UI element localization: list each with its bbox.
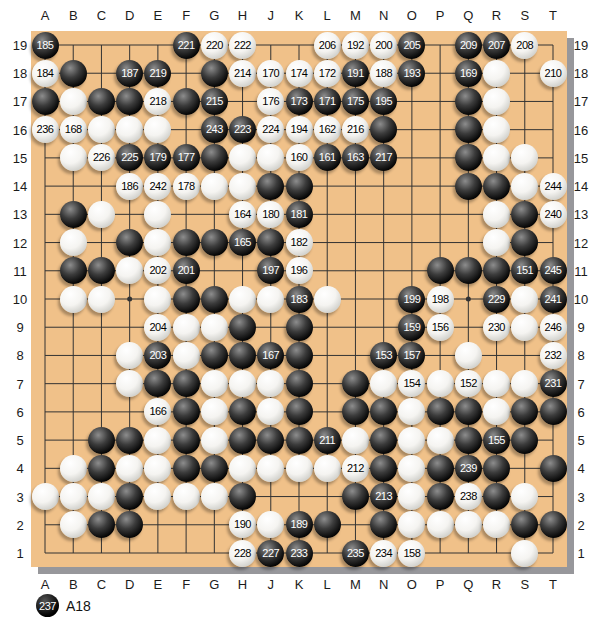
stone-Q14: [455, 173, 482, 200]
stone-K9: [286, 314, 313, 341]
stone-B4: [60, 455, 87, 482]
stone-K7: [286, 370, 313, 397]
col-label-top-P: P: [436, 8, 445, 23]
stone-D5: [116, 427, 143, 454]
stone-H4: [229, 455, 256, 482]
stone-E13: [144, 201, 171, 228]
stone-C16: [88, 116, 115, 143]
stone-R10: 229: [483, 286, 510, 313]
caption-coordinate: A18: [66, 598, 91, 614]
stone-O1: 158: [398, 540, 425, 567]
stone-S1: [511, 540, 538, 567]
stone-S9: [511, 314, 538, 341]
stone-Q16: [455, 116, 482, 143]
stone-B16: 168: [60, 116, 87, 143]
row-label-right-5: 5: [577, 433, 584, 448]
stone-J18: 170: [257, 60, 284, 87]
col-label-top-O: O: [407, 8, 417, 23]
row-label-left-15: 15: [13, 150, 27, 165]
stone-S13: [511, 201, 538, 228]
row-label-right-4: 4: [577, 461, 584, 476]
stone-O10: 199: [398, 286, 425, 313]
stone-F4: [173, 455, 200, 482]
stone-G8: [201, 342, 228, 369]
stone-H1: 228: [229, 540, 256, 567]
stone-K12: 182: [286, 229, 313, 256]
stone-L19: 206: [314, 32, 341, 59]
stone-F8: [173, 342, 200, 369]
col-label-top-T: T: [549, 8, 557, 23]
stone-G9: [201, 314, 228, 341]
col-label-bottom-N: N: [379, 577, 388, 592]
row-label-left-11: 11: [13, 263, 27, 278]
stone-R17: [483, 88, 510, 115]
stone-D17: [116, 88, 143, 115]
stone-H16: 223: [229, 116, 256, 143]
stone-Q7: 152: [455, 370, 482, 397]
stone-T10: 241: [540, 286, 567, 313]
stone-B11: [60, 257, 87, 284]
stone-Q2: [455, 511, 482, 538]
row-label-right-19: 19: [574, 38, 588, 53]
stone-A19: 185: [32, 32, 59, 59]
stone-G19: 220: [201, 32, 228, 59]
stone-G3: [201, 483, 228, 510]
stone-H3: [229, 483, 256, 510]
stone-L18: 172: [314, 60, 341, 87]
stone-R18: [483, 60, 510, 87]
col-label-bottom-K: K: [295, 577, 304, 592]
stone-H8: [229, 342, 256, 369]
col-label-bottom-E: E: [154, 577, 163, 592]
stone-G7: [201, 370, 228, 397]
stone-G18: [201, 60, 228, 87]
stone-Q6: [455, 398, 482, 425]
row-label-left-13: 13: [13, 207, 27, 222]
stone-T13: 240: [540, 201, 567, 228]
caption-move-number: 237: [39, 600, 56, 612]
row-label-left-19: 19: [13, 38, 27, 53]
stone-G16: 243: [201, 116, 228, 143]
stone-F6: [173, 398, 200, 425]
stone-H13: 164: [229, 201, 256, 228]
col-label-bottom-A: A: [41, 577, 50, 592]
col-label-top-D: D: [125, 8, 134, 23]
stone-J17: 176: [257, 88, 284, 115]
stone-P10: 198: [427, 286, 454, 313]
row-label-left-6: 6: [16, 404, 23, 419]
stone-C2: [88, 511, 115, 538]
stone-D14: 186: [116, 173, 143, 200]
col-label-top-B: B: [69, 8, 78, 23]
stone-F15: 177: [173, 144, 200, 171]
stone-F19: 221: [173, 32, 200, 59]
stone-P2: [427, 511, 454, 538]
stone-K10: 183: [286, 286, 313, 313]
stone-L10: [314, 286, 341, 313]
col-label-bottom-B: B: [69, 577, 78, 592]
stone-T14: 244: [540, 173, 567, 200]
stone-B10: [60, 286, 87, 313]
stone-F5: [173, 427, 200, 454]
stone-T18: 210: [540, 60, 567, 87]
stone-C3: [88, 483, 115, 510]
stone-G17: 215: [201, 88, 228, 115]
stone-B2: [60, 511, 87, 538]
stone-B17: [60, 88, 87, 115]
row-label-left-17: 17: [13, 94, 27, 109]
stone-S10: [511, 286, 538, 313]
stone-P4: [427, 455, 454, 482]
stone-N3: 213: [370, 483, 397, 510]
stone-M5: [342, 427, 369, 454]
stone-J14: [257, 173, 284, 200]
stone-D4: [116, 455, 143, 482]
row-label-right-3: 3: [577, 489, 584, 504]
stone-C17: [88, 88, 115, 115]
stone-T2: [540, 511, 567, 538]
stone-K17: 173: [286, 88, 313, 115]
stone-N17: 195: [370, 88, 397, 115]
col-label-bottom-R: R: [492, 577, 501, 592]
stone-S14: [511, 173, 538, 200]
stone-D18: 187: [116, 60, 143, 87]
stone-M18: 191: [342, 60, 369, 87]
stone-L5: 211: [314, 427, 341, 454]
stone-N5: [370, 427, 397, 454]
stone-O4: [398, 455, 425, 482]
stone-P7: [427, 370, 454, 397]
stone-G4: [201, 455, 228, 482]
kifu-diagram: AABBCCDDEEFFGGHHJJKKLLMMNNOOPPQQRRSSTT19…: [0, 0, 600, 635]
last-move-caption: 237 A18: [36, 594, 91, 617]
col-label-bottom-M: M: [350, 577, 361, 592]
stone-D3: [116, 483, 143, 510]
stone-K8: [286, 342, 313, 369]
row-label-left-14: 14: [13, 179, 27, 194]
stone-K2: 189: [286, 511, 313, 538]
stone-J13: 180: [257, 201, 284, 228]
stone-D8: [116, 342, 143, 369]
col-label-top-S: S: [520, 8, 529, 23]
stone-R19: 207: [483, 32, 510, 59]
stone-L2: [314, 511, 341, 538]
row-label-left-18: 18: [13, 66, 27, 81]
row-label-left-2: 2: [16, 517, 23, 532]
stone-J8: 167: [257, 342, 284, 369]
stone-Q4: 239: [455, 455, 482, 482]
stone-L16: 162: [314, 116, 341, 143]
col-label-bottom-Q: Q: [463, 577, 473, 592]
stone-T7: 231: [540, 370, 567, 397]
stone-J10: [257, 286, 284, 313]
stone-P11: [427, 257, 454, 284]
col-label-bottom-J: J: [268, 577, 275, 592]
stone-H12: 165: [229, 229, 256, 256]
stone-K16: 194: [286, 116, 313, 143]
col-label-top-F: F: [182, 8, 190, 23]
row-label-left-8: 8: [16, 348, 23, 363]
stone-H19: 222: [229, 32, 256, 59]
stone-H9: [229, 314, 256, 341]
col-label-bottom-G: G: [209, 577, 219, 592]
caption-move-stone: 237: [36, 594, 59, 617]
col-label-bottom-C: C: [97, 577, 106, 592]
row-label-right-15: 15: [574, 150, 588, 165]
stone-O19: 205: [398, 32, 425, 59]
stone-G10: [201, 286, 228, 313]
stone-F12: [173, 229, 200, 256]
row-label-right-7: 7: [577, 376, 584, 391]
stone-K5: [286, 427, 313, 454]
stone-M4: 212: [342, 455, 369, 482]
stone-D12: [116, 229, 143, 256]
stone-C11: [88, 257, 115, 284]
stone-O5: [398, 427, 425, 454]
row-label-right-12: 12: [574, 235, 588, 250]
stone-P5: [427, 427, 454, 454]
stone-Q18: 169: [455, 60, 482, 87]
stone-K18: 174: [286, 60, 313, 87]
col-label-bottom-P: P: [436, 577, 445, 592]
row-label-right-18: 18: [574, 66, 588, 81]
col-label-bottom-O: O: [407, 577, 417, 592]
row-label-left-12: 12: [13, 235, 27, 250]
row-label-right-13: 13: [574, 207, 588, 222]
col-label-top-A: A: [41, 8, 50, 23]
stone-L15: 161: [314, 144, 341, 171]
stone-B15: [60, 144, 87, 171]
stone-C10: [88, 286, 115, 313]
stone-N4: [370, 455, 397, 482]
stone-M7: [342, 370, 369, 397]
stone-G6: [201, 398, 228, 425]
stone-R7: [483, 370, 510, 397]
stone-G15: [201, 144, 228, 171]
stone-M17: 175: [342, 88, 369, 115]
stone-E14: 242: [144, 173, 171, 200]
stone-H18: 214: [229, 60, 256, 87]
stone-R3: [483, 483, 510, 510]
row-label-right-11: 11: [574, 263, 588, 278]
stone-C5: [88, 427, 115, 454]
stone-E10: [144, 286, 171, 313]
col-label-top-L: L: [324, 8, 331, 23]
stone-A3: [32, 483, 59, 510]
stone-M3: [342, 483, 369, 510]
stone-F17: [173, 88, 200, 115]
stone-T11: 245: [540, 257, 567, 284]
stone-J1: 227: [257, 540, 284, 567]
stone-S5: [511, 427, 538, 454]
stone-H14: [229, 173, 256, 200]
row-label-left-10: 10: [13, 292, 27, 307]
row-label-right-6: 6: [577, 404, 584, 419]
row-label-right-1: 1: [577, 546, 584, 561]
stone-P9: 156: [427, 314, 454, 341]
col-label-top-C: C: [97, 8, 106, 23]
stone-J4: [257, 455, 284, 482]
stone-K1: 233: [286, 540, 313, 567]
stone-F11: 201: [173, 257, 200, 284]
stone-T6: [540, 398, 567, 425]
stone-B18: [60, 60, 87, 87]
col-label-top-K: K: [295, 8, 304, 23]
stone-F9: [173, 314, 200, 341]
stone-K13: 181: [286, 201, 313, 228]
stone-N8: 153: [370, 342, 397, 369]
stone-R12: [483, 229, 510, 256]
row-label-right-9: 9: [577, 320, 584, 335]
col-label-bottom-S: S: [520, 577, 529, 592]
col-label-top-E: E: [154, 8, 163, 23]
stone-C13: [88, 201, 115, 228]
row-label-right-14: 14: [574, 179, 588, 194]
stone-L4: [314, 455, 341, 482]
stone-G5: [201, 427, 228, 454]
col-label-top-Q: Q: [463, 8, 473, 23]
row-label-right-16: 16: [574, 122, 588, 137]
row-label-left-3: 3: [16, 489, 23, 504]
stone-F14: 178: [173, 173, 200, 200]
stone-B12: [60, 229, 87, 256]
col-label-top-N: N: [379, 8, 388, 23]
stone-H7: [229, 370, 256, 397]
col-label-bottom-F: F: [182, 577, 190, 592]
stone-K6: [286, 398, 313, 425]
row-label-right-10: 10: [574, 292, 588, 307]
stone-S19: 208: [511, 32, 538, 59]
stone-Q3: 238: [455, 483, 482, 510]
stone-K15: 160: [286, 144, 313, 171]
stone-A16: 236: [32, 116, 59, 143]
stone-R4: [483, 455, 510, 482]
stone-K11: 196: [286, 257, 313, 284]
stone-P3: [427, 483, 454, 510]
col-label-top-J: J: [268, 8, 275, 23]
stone-H10: [229, 286, 256, 313]
col-label-bottom-D: D: [125, 577, 134, 592]
stone-Q8: [455, 342, 482, 369]
stone-K4: [286, 455, 313, 482]
row-label-left-5: 5: [16, 433, 23, 448]
stone-F3: [173, 483, 200, 510]
stone-H5: [229, 427, 256, 454]
stone-R13: [483, 201, 510, 228]
stone-E9: 204: [144, 314, 171, 341]
stone-M19: 192: [342, 32, 369, 59]
stone-E18: 219: [144, 60, 171, 87]
row-label-left-1: 1: [16, 546, 23, 561]
stone-R5: 155: [483, 427, 510, 454]
stone-P6: [427, 398, 454, 425]
stone-N18: 188: [370, 60, 397, 87]
stone-Q15: [455, 144, 482, 171]
stone-R16: [483, 116, 510, 143]
stone-N19: 200: [370, 32, 397, 59]
stone-A17: [32, 88, 59, 115]
stone-K14: [286, 173, 313, 200]
row-label-left-16: 16: [13, 122, 27, 137]
stone-Q17: [455, 88, 482, 115]
stone-R14: [483, 173, 510, 200]
stone-G14: [201, 173, 228, 200]
stone-E5: [144, 427, 171, 454]
row-label-right-17: 17: [574, 94, 588, 109]
stone-B13: [60, 201, 87, 228]
col-label-bottom-H: H: [238, 577, 247, 592]
stone-T8: 232: [540, 342, 567, 369]
row-label-right-8: 8: [577, 348, 584, 363]
stone-Q11: [455, 257, 482, 284]
stone-T9: 246: [540, 314, 567, 341]
stone-O18: 193: [398, 60, 425, 87]
stone-Q19: 209: [455, 32, 482, 59]
stone-G12: [201, 229, 228, 256]
stone-E4: [144, 455, 171, 482]
col-label-top-G: G: [209, 8, 219, 23]
stone-F10: [173, 286, 200, 313]
row-label-left-9: 9: [16, 320, 23, 335]
row-label-left-4: 4: [16, 461, 23, 476]
stone-F7: [173, 370, 200, 397]
stone-L17: 171: [314, 88, 341, 115]
stone-Q5: [455, 427, 482, 454]
col-label-bottom-L: L: [324, 577, 331, 592]
stone-C4: [88, 455, 115, 482]
stone-B3: [60, 483, 87, 510]
col-label-top-R: R: [492, 8, 501, 23]
col-label-top-M: M: [350, 8, 361, 23]
stone-M1: 235: [342, 540, 369, 567]
col-label-bottom-T: T: [549, 577, 557, 592]
stone-J5: [257, 427, 284, 454]
col-label-top-H: H: [238, 8, 247, 23]
row-label-left-7: 7: [16, 376, 23, 391]
row-label-right-2: 2: [577, 517, 584, 532]
stone-T4: [540, 455, 567, 482]
stone-M16: 216: [342, 116, 369, 143]
stone-N1: 234: [370, 540, 397, 567]
stone-A18: 184: [32, 60, 59, 87]
stone-O9: 159: [398, 314, 425, 341]
stone-R9: 230: [483, 314, 510, 341]
